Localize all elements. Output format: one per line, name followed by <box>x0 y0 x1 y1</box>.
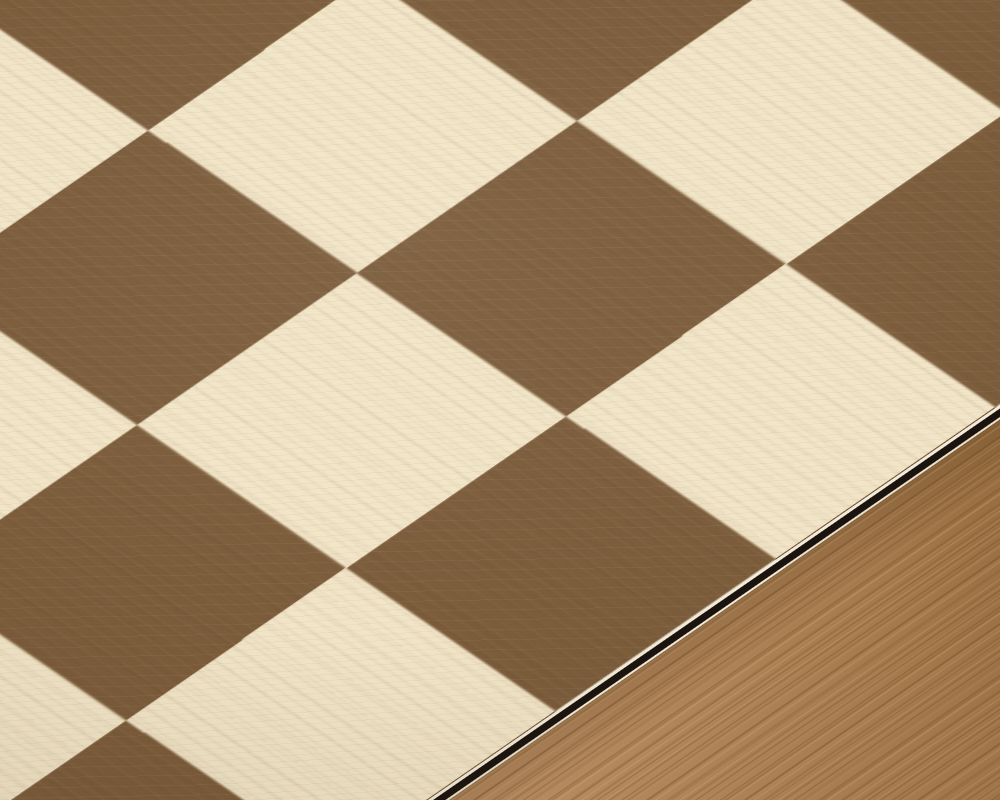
chessboard-photo <box>0 0 1000 800</box>
